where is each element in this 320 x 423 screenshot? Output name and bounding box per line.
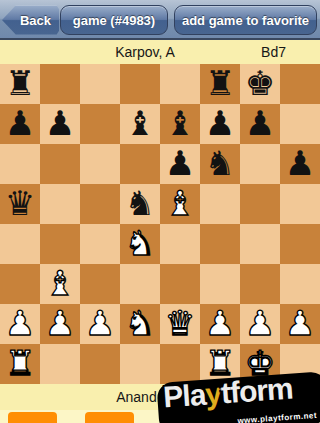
piece-black-king: ♚ xyxy=(240,64,280,104)
game-number-button[interactable]: game (#4983) xyxy=(60,5,168,35)
piece-white-pawn: ♟ xyxy=(200,304,240,344)
square-e4[interactable] xyxy=(160,224,200,264)
chess-board: ♜♜♚♟♟♝♝♟♟♟♞♟♛♞♝♞♝♟♟♟♞♛♟♟♟♜♜♚ xyxy=(0,64,320,384)
square-f5[interactable] xyxy=(200,184,240,224)
square-c2[interactable]: ♟ xyxy=(80,304,120,344)
piece-white-bishop: ♝ xyxy=(160,184,200,224)
black-player-bar: Karpov, A Bd7 xyxy=(0,40,320,64)
square-a4[interactable] xyxy=(0,224,40,264)
square-g2[interactable]: ♟ xyxy=(240,304,280,344)
square-a3[interactable] xyxy=(0,264,40,304)
square-g5[interactable] xyxy=(240,184,280,224)
square-d1[interactable] xyxy=(120,344,160,384)
piece-white-bishop: ♝ xyxy=(40,264,80,304)
square-g7[interactable]: ♟ xyxy=(240,104,280,144)
square-d5[interactable]: ♞ xyxy=(120,184,160,224)
playtform-url: www.playtform.net xyxy=(237,411,317,423)
square-f2[interactable]: ♟ xyxy=(200,304,240,344)
piece-white-pawn: ♟ xyxy=(80,304,120,344)
square-c7[interactable] xyxy=(80,104,120,144)
square-h7[interactable] xyxy=(280,104,320,144)
piece-black-bishop: ♝ xyxy=(120,104,160,144)
piece-black-rook: ♜ xyxy=(200,64,240,104)
square-h8[interactable] xyxy=(280,64,320,104)
back-button[interactable]: Back xyxy=(2,5,59,35)
last-move-label: Bd7 xyxy=(261,44,286,60)
navigation-bar: Back game (#4983) add game to favorite xyxy=(0,0,320,40)
square-a6[interactable] xyxy=(0,144,40,184)
black-player-name: Karpov, A xyxy=(0,44,290,60)
square-b3[interactable]: ♝ xyxy=(40,264,80,304)
square-d2[interactable]: ♞ xyxy=(120,304,160,344)
square-g3[interactable] xyxy=(240,264,280,304)
square-g6[interactable] xyxy=(240,144,280,184)
add-favorite-button[interactable]: add game to favorite xyxy=(174,5,317,35)
square-c4[interactable] xyxy=(80,224,120,264)
square-h2[interactable]: ♟ xyxy=(280,304,320,344)
square-d3[interactable] xyxy=(120,264,160,304)
piece-white-queen: ♛ xyxy=(160,304,200,344)
app-screen: Back game (#4983) add game to favorite K… xyxy=(0,0,320,423)
square-h4[interactable] xyxy=(280,224,320,264)
square-a8[interactable]: ♜ xyxy=(0,64,40,104)
square-e2[interactable]: ♛ xyxy=(160,304,200,344)
toolbar-button-1[interactable] xyxy=(8,412,57,423)
square-b8[interactable] xyxy=(40,64,80,104)
square-e7[interactable]: ♝ xyxy=(160,104,200,144)
piece-black-knight: ♞ xyxy=(120,184,160,224)
square-c1[interactable] xyxy=(80,344,120,384)
piece-white-pawn: ♟ xyxy=(0,304,40,344)
square-c8[interactable] xyxy=(80,64,120,104)
toolbar-button-2[interactable] xyxy=(85,412,134,423)
piece-black-pawn: ♟ xyxy=(280,144,320,184)
square-b6[interactable] xyxy=(40,144,80,184)
square-b7[interactable]: ♟ xyxy=(40,104,80,144)
square-g8[interactable]: ♚ xyxy=(240,64,280,104)
piece-white-knight: ♞ xyxy=(120,224,160,264)
piece-black-pawn: ♟ xyxy=(200,104,240,144)
square-c6[interactable] xyxy=(80,144,120,184)
square-d6[interactable] xyxy=(120,144,160,184)
square-e5[interactable]: ♝ xyxy=(160,184,200,224)
square-f6[interactable]: ♞ xyxy=(200,144,240,184)
square-h6[interactable]: ♟ xyxy=(280,144,320,184)
piece-black-rook: ♜ xyxy=(0,64,40,104)
square-f3[interactable] xyxy=(200,264,240,304)
square-b2[interactable]: ♟ xyxy=(40,304,80,344)
square-e3[interactable] xyxy=(160,264,200,304)
square-g4[interactable] xyxy=(240,224,280,264)
square-a1[interactable]: ♜ xyxy=(0,344,40,384)
piece-white-pawn: ♟ xyxy=(240,304,280,344)
square-d4[interactable]: ♞ xyxy=(120,224,160,264)
square-f7[interactable]: ♟ xyxy=(200,104,240,144)
piece-black-pawn: ♟ xyxy=(240,104,280,144)
square-f8[interactable]: ♜ xyxy=(200,64,240,104)
square-a7[interactable]: ♟ xyxy=(0,104,40,144)
piece-white-rook: ♜ xyxy=(0,344,40,384)
square-d8[interactable] xyxy=(120,64,160,104)
piece-black-knight: ♞ xyxy=(200,144,240,184)
square-e6[interactable]: ♟ xyxy=(160,144,200,184)
piece-black-pawn: ♟ xyxy=(160,144,200,184)
piece-black-pawn: ♟ xyxy=(0,104,40,144)
playtform-watermark: Playtform www.playtform.net xyxy=(156,371,320,423)
square-a2[interactable]: ♟ xyxy=(0,304,40,344)
square-b4[interactable] xyxy=(40,224,80,264)
square-a5[interactable]: ♛ xyxy=(0,184,40,224)
square-b1[interactable] xyxy=(40,344,80,384)
piece-white-knight: ♞ xyxy=(120,304,160,344)
square-c5[interactable] xyxy=(80,184,120,224)
square-h3[interactable] xyxy=(280,264,320,304)
square-h5[interactable] xyxy=(280,184,320,224)
piece-white-pawn: ♟ xyxy=(280,304,320,344)
square-b5[interactable] xyxy=(40,184,80,224)
square-e8[interactable] xyxy=(160,64,200,104)
piece-black-pawn: ♟ xyxy=(40,104,80,144)
square-c3[interactable] xyxy=(80,264,120,304)
piece-black-queen: ♛ xyxy=(0,184,40,224)
square-d7[interactable]: ♝ xyxy=(120,104,160,144)
piece-white-pawn: ♟ xyxy=(40,304,80,344)
square-f4[interactable] xyxy=(200,224,240,264)
piece-black-bishop: ♝ xyxy=(160,104,200,144)
